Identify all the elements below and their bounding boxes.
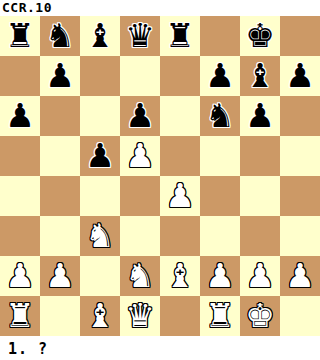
square-d6[interactable]: ♟ <box>120 96 160 136</box>
square-b4[interactable] <box>40 176 80 216</box>
white-queen: ♛ <box>125 296 155 336</box>
square-d7[interactable] <box>120 56 160 96</box>
white-bishop: ♝ <box>165 256 195 296</box>
square-f8[interactable] <box>200 16 240 56</box>
white-rook: ♜ <box>205 296 235 336</box>
black-pawn: ♟ <box>85 136 115 176</box>
square-a2[interactable]: ♟ <box>0 256 40 296</box>
square-b3[interactable] <box>40 216 80 256</box>
square-h7[interactable]: ♟ <box>280 56 320 96</box>
square-c6[interactable] <box>80 96 120 136</box>
white-knight: ♞ <box>85 216 115 256</box>
white-knight: ♞ <box>125 256 155 296</box>
square-b5[interactable] <box>40 136 80 176</box>
square-g2[interactable]: ♟ <box>240 256 280 296</box>
square-g4[interactable] <box>240 176 280 216</box>
black-rook: ♜ <box>5 16 35 56</box>
square-g5[interactable] <box>240 136 280 176</box>
square-e5[interactable] <box>160 136 200 176</box>
square-c3[interactable]: ♞ <box>80 216 120 256</box>
square-e3[interactable] <box>160 216 200 256</box>
square-h6[interactable] <box>280 96 320 136</box>
square-f4[interactable] <box>200 176 240 216</box>
square-e2[interactable]: ♝ <box>160 256 200 296</box>
square-c1[interactable]: ♝ <box>80 296 120 336</box>
white-pawn: ♟ <box>165 176 195 216</box>
black-knight: ♞ <box>205 96 235 136</box>
square-f3[interactable] <box>200 216 240 256</box>
black-pawn: ♟ <box>245 96 275 136</box>
square-c8[interactable]: ♝ <box>80 16 120 56</box>
square-c5[interactable]: ♟ <box>80 136 120 176</box>
chess-board: ♜♞♝♛♜♚♟♟♝♟♟♟♞♟♟♟♟♞♟♟♞♝♟♟♟♜♝♛♜♚ <box>0 16 320 336</box>
square-a1[interactable]: ♜ <box>0 296 40 336</box>
square-d1[interactable]: ♛ <box>120 296 160 336</box>
white-king: ♚ <box>245 296 275 336</box>
square-g7[interactable]: ♝ <box>240 56 280 96</box>
square-c4[interactable] <box>80 176 120 216</box>
black-queen: ♛ <box>125 16 155 56</box>
move-prompt: 1. ? <box>0 336 320 360</box>
black-bishop: ♝ <box>245 56 275 96</box>
white-pawn: ♟ <box>245 256 275 296</box>
square-a4[interactable] <box>0 176 40 216</box>
white-pawn: ♟ <box>285 256 315 296</box>
white-rook: ♜ <box>5 296 35 336</box>
square-h2[interactable]: ♟ <box>280 256 320 296</box>
square-a6[interactable]: ♟ <box>0 96 40 136</box>
square-d3[interactable] <box>120 216 160 256</box>
square-d5[interactable]: ♟ <box>120 136 160 176</box>
square-e7[interactable] <box>160 56 200 96</box>
black-king: ♚ <box>245 16 275 56</box>
square-f2[interactable]: ♟ <box>200 256 240 296</box>
black-pawn: ♟ <box>125 96 155 136</box>
white-pawn: ♟ <box>125 136 155 176</box>
square-h4[interactable] <box>280 176 320 216</box>
square-b7[interactable]: ♟ <box>40 56 80 96</box>
square-e4[interactable]: ♟ <box>160 176 200 216</box>
black-knight: ♞ <box>45 16 75 56</box>
square-a3[interactable] <box>0 216 40 256</box>
white-pawn: ♟ <box>205 256 235 296</box>
black-rook: ♜ <box>165 16 195 56</box>
square-e6[interactable] <box>160 96 200 136</box>
square-a7[interactable] <box>0 56 40 96</box>
square-e8[interactable]: ♜ <box>160 16 200 56</box>
square-g3[interactable] <box>240 216 280 256</box>
square-c2[interactable] <box>80 256 120 296</box>
square-f1[interactable]: ♜ <box>200 296 240 336</box>
white-pawn: ♟ <box>45 256 75 296</box>
square-g8[interactable]: ♚ <box>240 16 280 56</box>
square-c7[interactable] <box>80 56 120 96</box>
square-b2[interactable]: ♟ <box>40 256 80 296</box>
square-f7[interactable]: ♟ <box>200 56 240 96</box>
square-h1[interactable] <box>280 296 320 336</box>
square-d2[interactable]: ♞ <box>120 256 160 296</box>
square-b8[interactable]: ♞ <box>40 16 80 56</box>
diagram-title: CCR.10 <box>0 0 320 16</box>
square-a8[interactable]: ♜ <box>0 16 40 56</box>
chess-diagram-page: CCR.10 ♜♞♝♛♜♚♟♟♝♟♟♟♞♟♟♟♟♞♟♟♞♝♟♟♟♜♝♛♜♚ 1.… <box>0 0 320 360</box>
white-bishop: ♝ <box>85 296 115 336</box>
black-bishop: ♝ <box>85 16 115 56</box>
square-b1[interactable] <box>40 296 80 336</box>
black-pawn: ♟ <box>205 56 235 96</box>
square-g1[interactable]: ♚ <box>240 296 280 336</box>
square-a5[interactable] <box>0 136 40 176</box>
black-pawn: ♟ <box>285 56 315 96</box>
square-g6[interactable]: ♟ <box>240 96 280 136</box>
square-f5[interactable] <box>200 136 240 176</box>
square-b6[interactable] <box>40 96 80 136</box>
square-h8[interactable] <box>280 16 320 56</box>
black-pawn: ♟ <box>5 96 35 136</box>
square-f6[interactable]: ♞ <box>200 96 240 136</box>
square-d4[interactable] <box>120 176 160 216</box>
white-pawn: ♟ <box>5 256 35 296</box>
square-h3[interactable] <box>280 216 320 256</box>
square-e1[interactable] <box>160 296 200 336</box>
black-pawn: ♟ <box>45 56 75 96</box>
square-h5[interactable] <box>280 136 320 176</box>
square-d8[interactable]: ♛ <box>120 16 160 56</box>
